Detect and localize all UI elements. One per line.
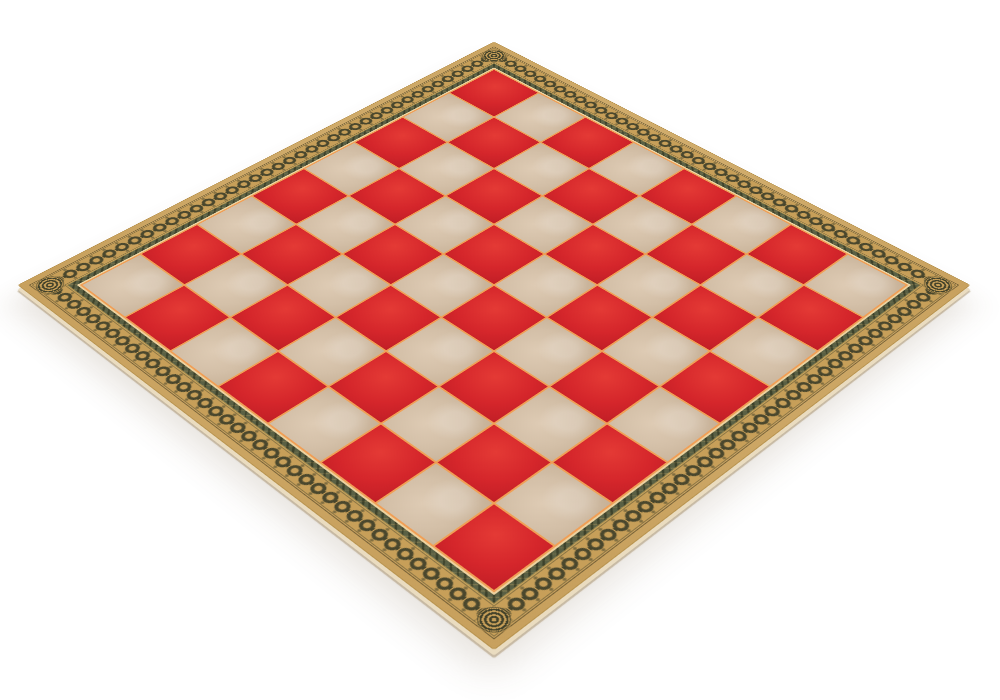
chess-board xyxy=(17,42,970,651)
board-field xyxy=(77,67,911,595)
photo-background xyxy=(0,0,1000,700)
board-grid xyxy=(82,70,905,590)
